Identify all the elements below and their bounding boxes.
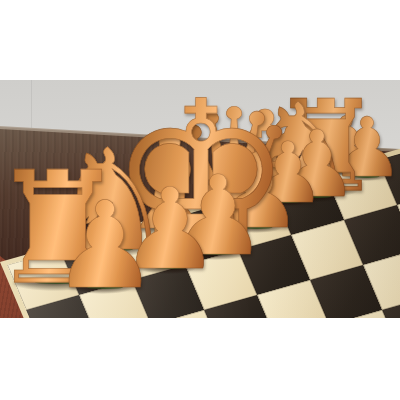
chess-set-product-photo: ♜♞♝♚♛♝♞♜♟♟♟♟♟♟♟♟ — [0, 0, 400, 400]
photo-area: ♜♞♝♚♛♝♞♜♟♟♟♟♟♟♟♟ — [0, 80, 400, 318]
pieces-layer: ♜♞♝♚♛♝♞♜♟♟♟♟♟♟♟♟ — [0, 80, 400, 318]
white-pawn-1: ♟ — [51, 186, 159, 306]
